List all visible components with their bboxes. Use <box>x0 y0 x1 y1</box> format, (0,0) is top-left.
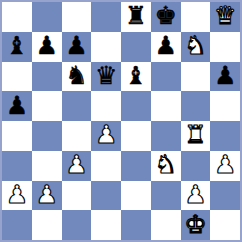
square-c8[interactable] <box>62 2 92 32</box>
square-a4[interactable] <box>2 121 32 151</box>
square-f1[interactable] <box>151 210 181 240</box>
piece-white-king[interactable]: ♚ <box>184 212 206 237</box>
square-f3[interactable]: ♞ <box>151 151 181 181</box>
piece-black-king[interactable]: ♚ <box>154 3 176 28</box>
piece-white-queen[interactable]: ♛ <box>214 3 236 28</box>
square-g5[interactable] <box>181 91 211 121</box>
piece-white-pawn[interactable]: ♟ <box>35 182 57 207</box>
piece-white-pawn[interactable]: ♟ <box>6 182 28 207</box>
piece-white-pawn[interactable]: ♟ <box>95 122 117 147</box>
square-c5[interactable] <box>62 91 92 121</box>
piece-white-rook[interactable]: ♜ <box>184 122 206 147</box>
square-c2[interactable] <box>62 181 92 211</box>
square-e6[interactable]: ♝ <box>121 62 151 92</box>
square-h7[interactable] <box>210 32 240 62</box>
square-h2[interactable] <box>210 181 240 211</box>
square-f6[interactable] <box>151 62 181 92</box>
square-d7[interactable] <box>91 32 121 62</box>
square-e1[interactable] <box>121 210 151 240</box>
square-g1[interactable]: ♚ <box>181 210 211 240</box>
square-e5[interactable] <box>121 91 151 121</box>
square-f7[interactable]: ♟ <box>151 32 181 62</box>
square-f4[interactable] <box>151 121 181 151</box>
square-e4[interactable] <box>121 121 151 151</box>
square-f5[interactable] <box>151 91 181 121</box>
square-d3[interactable] <box>91 151 121 181</box>
square-d2[interactable] <box>91 181 121 211</box>
square-a5[interactable]: ♟ <box>2 91 32 121</box>
piece-white-pawn[interactable]: ♟ <box>65 152 87 177</box>
square-e8[interactable]: ♜ <box>121 2 151 32</box>
square-b6[interactable] <box>32 62 62 92</box>
square-a3[interactable] <box>2 151 32 181</box>
square-e7[interactable] <box>121 32 151 62</box>
square-d5[interactable] <box>91 91 121 121</box>
square-b3[interactable] <box>32 151 62 181</box>
piece-white-knight[interactable]: ♞ <box>154 152 176 177</box>
square-b8[interactable] <box>32 2 62 32</box>
square-b1[interactable] <box>32 210 62 240</box>
square-e3[interactable] <box>121 151 151 181</box>
piece-black-rook[interactable]: ♜ <box>125 3 147 28</box>
piece-black-pawn[interactable]: ♟ <box>154 33 176 58</box>
chess-board: ♜♚♛♝♟♟♟♞♞♛♝♟♟♟♜♟♞♟♟♟♟♚ <box>0 0 242 242</box>
square-b7[interactable]: ♟ <box>32 32 62 62</box>
square-c6[interactable]: ♞ <box>62 62 92 92</box>
square-a8[interactable] <box>2 2 32 32</box>
piece-white-pawn[interactable]: ♟ <box>214 152 236 177</box>
square-a7[interactable]: ♝ <box>2 32 32 62</box>
square-c1[interactable] <box>62 210 92 240</box>
square-g2[interactable]: ♟ <box>181 181 211 211</box>
piece-black-pawn[interactable]: ♟ <box>214 63 236 88</box>
square-g7[interactable]: ♞ <box>181 32 211 62</box>
square-h3[interactable]: ♟ <box>210 151 240 181</box>
piece-white-pawn[interactable]: ♟ <box>184 182 206 207</box>
square-f2[interactable] <box>151 181 181 211</box>
piece-black-pawn[interactable]: ♟ <box>65 33 87 58</box>
square-b2[interactable]: ♟ <box>32 181 62 211</box>
square-h6[interactable]: ♟ <box>210 62 240 92</box>
square-b5[interactable] <box>32 91 62 121</box>
piece-black-knight[interactable]: ♞ <box>65 63 87 88</box>
piece-black-pawn[interactable]: ♟ <box>35 33 57 58</box>
square-g4[interactable]: ♜ <box>181 121 211 151</box>
square-d6[interactable]: ♛ <box>91 62 121 92</box>
square-h1[interactable] <box>210 210 240 240</box>
piece-white-knight[interactable]: ♞ <box>184 33 206 58</box>
square-h5[interactable] <box>210 91 240 121</box>
piece-black-pawn[interactable]: ♟ <box>6 93 28 118</box>
square-d8[interactable] <box>91 2 121 32</box>
square-g6[interactable] <box>181 62 211 92</box>
square-a2[interactable]: ♟ <box>2 181 32 211</box>
square-d1[interactable] <box>91 210 121 240</box>
piece-black-queen[interactable]: ♛ <box>95 63 117 88</box>
square-d4[interactable]: ♟ <box>91 121 121 151</box>
piece-black-bishop[interactable]: ♝ <box>125 63 147 88</box>
square-h4[interactable] <box>210 121 240 151</box>
square-b4[interactable] <box>32 121 62 151</box>
square-a6[interactable] <box>2 62 32 92</box>
square-c3[interactable]: ♟ <box>62 151 92 181</box>
square-c4[interactable] <box>62 121 92 151</box>
piece-black-bishop[interactable]: ♝ <box>6 33 28 58</box>
square-h8[interactable]: ♛ <box>210 2 240 32</box>
square-c7[interactable]: ♟ <box>62 32 92 62</box>
square-e2[interactable] <box>121 181 151 211</box>
square-g8[interactable] <box>181 2 211 32</box>
square-a1[interactable] <box>2 210 32 240</box>
square-g3[interactable] <box>181 151 211 181</box>
square-f8[interactable]: ♚ <box>151 2 181 32</box>
